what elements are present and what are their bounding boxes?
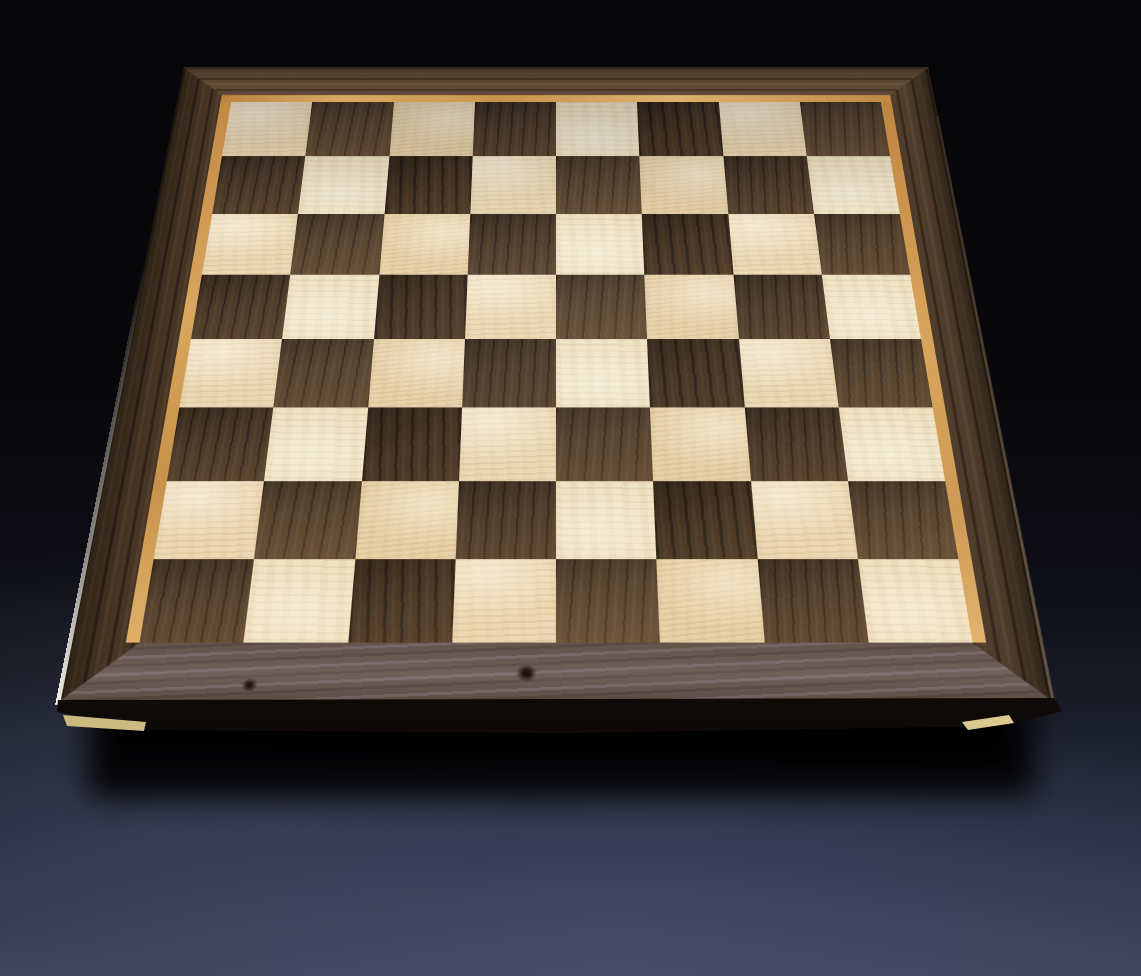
square-g4[interactable] <box>739 339 839 408</box>
square-f2[interactable] <box>653 481 757 559</box>
square-d5[interactable] <box>465 274 556 339</box>
square-e7[interactable] <box>556 156 642 213</box>
square-h4[interactable] <box>830 339 933 408</box>
playing-field <box>140 102 973 642</box>
square-e1[interactable] <box>556 559 660 643</box>
square-a7[interactable] <box>212 156 305 213</box>
square-b4[interactable] <box>274 339 374 408</box>
square-a1[interactable] <box>140 559 255 643</box>
square-h2[interactable] <box>848 481 959 559</box>
square-c3[interactable] <box>361 408 461 481</box>
square-b2[interactable] <box>254 481 361 559</box>
accent-inlay-top <box>220 95 891 102</box>
square-g1[interactable] <box>757 559 868 643</box>
square-h8[interactable] <box>800 102 890 156</box>
square-a3[interactable] <box>167 408 274 481</box>
square-d3[interactable] <box>459 408 556 481</box>
square-e8[interactable] <box>556 102 640 156</box>
board-contact-shadow <box>120 700 1000 746</box>
square-g7[interactable] <box>723 156 814 213</box>
square-g6[interactable] <box>728 214 822 275</box>
square-c5[interactable] <box>374 274 468 339</box>
square-c4[interactable] <box>368 339 465 408</box>
square-g2[interactable] <box>751 481 858 559</box>
square-d6[interactable] <box>467 214 556 275</box>
square-e3[interactable] <box>556 408 653 481</box>
square-b7[interactable] <box>298 156 389 213</box>
square-g8[interactable] <box>718 102 806 156</box>
square-d8[interactable] <box>472 102 556 156</box>
square-a2[interactable] <box>154 481 265 559</box>
square-h7[interactable] <box>807 156 900 213</box>
square-d7[interactable] <box>470 156 556 213</box>
square-c8[interactable] <box>389 102 475 156</box>
square-f6[interactable] <box>642 214 733 275</box>
photo-backdrop: Overhead angled photograph of an empty h… <box>0 0 1141 976</box>
square-h6[interactable] <box>814 214 910 275</box>
square-e2[interactable] <box>556 481 657 559</box>
square-h3[interactable] <box>838 408 945 481</box>
square-e5[interactable] <box>556 274 647 339</box>
square-c1[interactable] <box>348 559 456 643</box>
square-d2[interactable] <box>455 481 556 559</box>
square-f5[interactable] <box>645 274 739 339</box>
square-f4[interactable] <box>647 339 744 408</box>
square-c2[interactable] <box>355 481 459 559</box>
square-a5[interactable] <box>191 274 290 339</box>
square-f7[interactable] <box>640 156 728 213</box>
square-d1[interactable] <box>452 559 556 643</box>
square-f1[interactable] <box>657 559 765 643</box>
square-e6[interactable] <box>556 214 645 275</box>
square-f3[interactable] <box>650 408 750 481</box>
chess-board <box>58 68 1054 702</box>
square-c7[interactable] <box>384 156 472 213</box>
square-h1[interactable] <box>858 559 973 643</box>
square-g5[interactable] <box>733 274 830 339</box>
square-h5[interactable] <box>822 274 921 339</box>
square-d4[interactable] <box>462 339 556 408</box>
square-e4[interactable] <box>556 339 650 408</box>
square-a4[interactable] <box>179 339 282 408</box>
square-f8[interactable] <box>637 102 723 156</box>
square-a6[interactable] <box>202 214 298 275</box>
accent-inlay-bottom <box>124 643 988 654</box>
square-b6[interactable] <box>290 214 384 275</box>
square-c6[interactable] <box>379 214 470 275</box>
square-g3[interactable] <box>744 408 847 481</box>
square-b3[interactable] <box>264 408 367 481</box>
square-b8[interactable] <box>305 102 393 156</box>
square-b1[interactable] <box>244 559 355 643</box>
square-b5[interactable] <box>282 274 379 339</box>
square-a8[interactable] <box>222 102 312 156</box>
